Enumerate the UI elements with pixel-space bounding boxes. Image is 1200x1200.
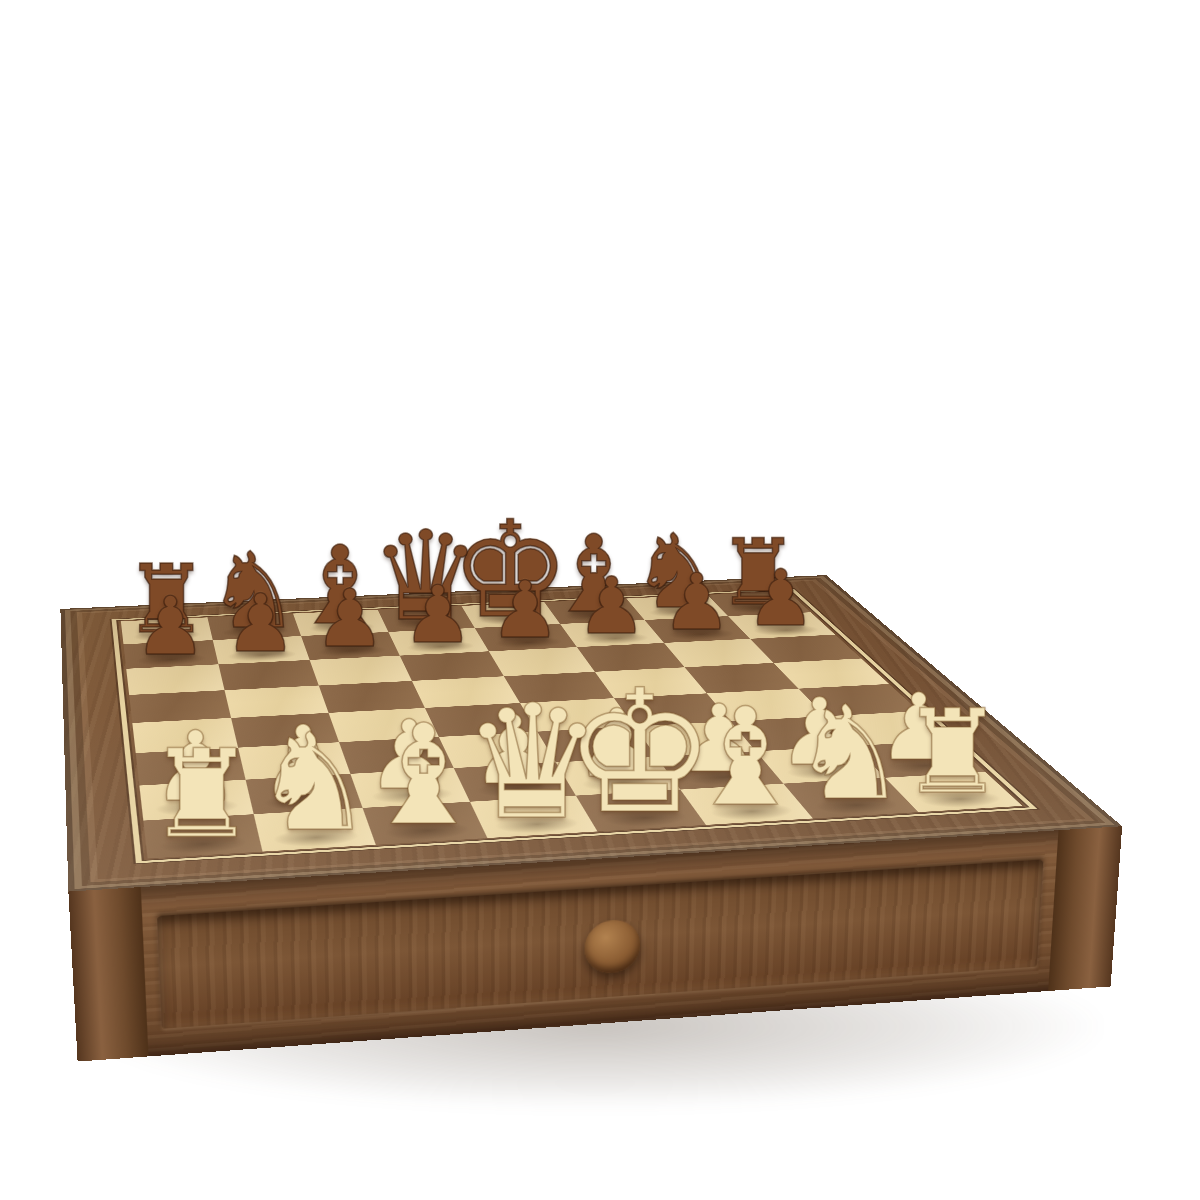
piece-brown-pawn-c7[interactable]: ♟	[314, 579, 386, 659]
pieces-layer: ♜♞♝♛♚♝♞♜♟♟♟♟♟♟♟♟♟♟♟♟♟♟♟♟♜♞♝♛♚♝♞♜	[0, 0, 1200, 1200]
piece-white-knight-b1[interactable]: ♞	[253, 716, 373, 850]
piece-white-rook-h1[interactable]: ♜	[901, 694, 1005, 810]
piece-brown-pawn-g7[interactable]: ♟	[662, 564, 732, 642]
piece-brown-pawn-d7[interactable]: ♟	[402, 575, 473, 654]
piece-white-bishop-c1[interactable]: ♝	[362, 707, 486, 845]
piece-brown-pawn-a7[interactable]: ♟	[134, 586, 206, 667]
piece-brown-pawn-f7[interactable]: ♟	[576, 567, 646, 646]
scene: ♜♞♝♛♚♝♞♜♟♟♟♟♟♟♟♟♟♟♟♟♟♟♟♟♜♞♝♛♚♝♞♜	[0, 0, 1200, 1200]
piece-brown-pawn-h7[interactable]: ♟	[746, 560, 816, 638]
piece-brown-pawn-e7[interactable]: ♟	[490, 571, 561, 650]
piece-white-knight-g1[interactable]: ♞	[792, 689, 908, 819]
piece-brown-pawn-b7[interactable]: ♟	[225, 582, 297, 662]
piece-white-rook-a1[interactable]: ♜	[147, 734, 256, 855]
